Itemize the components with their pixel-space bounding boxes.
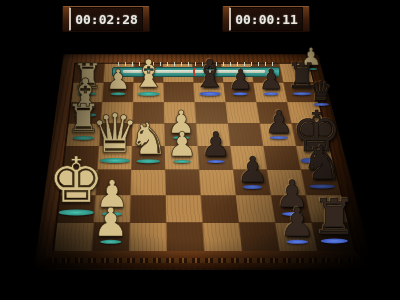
piece-base-ring [206,160,224,163]
piece-white-pawn-h2[interactable]: ♟ [93,203,128,244]
black-clock: 00:00:11 [222,6,310,32]
piece-black-pawn-d7[interactable]: ♟ [265,107,293,140]
pawn-glyph: ♟ [93,203,128,243]
piece-black-bishop-b5[interactable]: ♝ [193,55,228,95]
piece-base-ring [110,93,125,96]
chess-game-scene: 00:02:28 00:00:11 ♜♟♝♜♟♟♝♝♜♟♟♛♞♟♚♟♞♟♚♟♟♟… [0,0,400,300]
piece-base-ring [292,92,311,95]
piece-base-ring [136,159,160,163]
pawn-glyph: ♟ [237,152,269,188]
piece-white-pawn-e4[interactable]: ♟ [167,128,197,163]
piece-base-ring [243,185,263,189]
captured-black-knight[interactable]: ♞ [379,237,400,268]
knight-glyph: ♞ [379,237,400,267]
rook-glyph: ♜ [312,192,356,242]
white-clock-display: 00:02:28 [69,7,143,31]
white-clock-time: 00:02:28 [75,12,138,27]
piece-base-ring [59,209,94,215]
rail-carved-pattern [49,258,354,263]
pawn-glyph: ♟ [106,67,131,95]
white-clock: 00:02:28 [62,6,150,32]
piece-base-ring [264,93,279,96]
pawn-glyph: ♟ [279,203,314,243]
black-clock-time: 00:00:11 [235,12,298,27]
board-front-rail [36,251,368,268]
piece-black-pawn-b6[interactable]: ♟ [228,67,253,96]
piece-white-knight-e3[interactable]: ♞ [129,117,169,163]
piece-base-ring [233,93,248,96]
bishop-glyph: ♝ [131,55,166,94]
piece-base-ring [270,136,287,139]
rook-glyph: ♜ [286,60,317,95]
piece-white-pawn-b2[interactable]: ♟ [106,67,131,96]
piece-black-rook-h8[interactable]: ♜ [312,192,356,243]
piece-base-ring [173,160,191,163]
piece-black-pawn-e5[interactable]: ♟ [201,128,231,163]
piece-black-pawn-f6[interactable]: ♟ [237,152,269,189]
piece-black-rook-b8[interactable]: ♜ [286,60,317,96]
pawn-glyph: ♟ [228,67,253,95]
knight-glyph: ♞ [129,117,169,161]
piece-white-bishop-b3[interactable]: ♝ [131,55,166,95]
piece-black-pawn-h7[interactable]: ♟ [279,203,314,244]
pawn-glyph: ♟ [265,107,293,139]
piece-black-pawn-b7[interactable]: ♟ [259,67,284,96]
bishop-glyph: ♝ [193,55,228,94]
pawn-glyph: ♟ [167,128,197,162]
pawn-glyph: ♟ [201,128,231,162]
black-clock-display: 00:00:11 [229,7,303,31]
pawn-glyph: ♟ [259,67,284,95]
